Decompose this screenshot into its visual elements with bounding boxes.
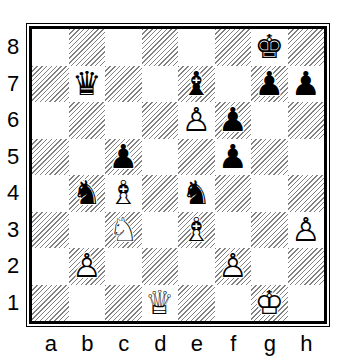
board-frame: ♚♛♝♟♟♟♙♟♟♟♞♝♗♞♞♘♝♗♟♙♟♙♟♙♛♕♚♔ <box>26 23 330 327</box>
square-f5[interactable]: ♟ <box>215 139 252 176</box>
piece-white-outline-layer: ♘ <box>105 212 142 245</box>
square-g3[interactable] <box>251 212 288 249</box>
square-f6[interactable]: ♟ <box>215 102 252 139</box>
square-b2[interactable]: ♟♙ <box>69 248 106 285</box>
square-e8[interactable] <box>178 29 215 66</box>
square-c2[interactable] <box>105 248 142 285</box>
square-c8[interactable] <box>105 29 142 66</box>
square-d5[interactable] <box>142 139 179 176</box>
piece-black-glyph: ♛ <box>69 66 106 99</box>
piece-white-king[interactable]: ♚♔ <box>251 285 288 322</box>
square-a2[interactable] <box>32 248 69 285</box>
square-h7[interactable]: ♟ <box>288 66 325 103</box>
square-e2[interactable] <box>178 248 215 285</box>
square-h3[interactable]: ♟♙ <box>288 212 325 249</box>
square-b8[interactable] <box>69 29 106 66</box>
piece-black-pawn[interactable]: ♟ <box>215 102 252 139</box>
square-d2[interactable] <box>142 248 179 285</box>
piece-black-king[interactable]: ♚ <box>251 29 288 66</box>
file-label-h: h <box>288 330 325 358</box>
square-a8[interactable] <box>32 29 69 66</box>
piece-black-glyph: ♟ <box>105 139 142 172</box>
square-e1[interactable] <box>178 285 215 322</box>
piece-white-outline-layer: ♗ <box>178 212 215 245</box>
square-b1[interactable] <box>69 285 106 322</box>
square-a4[interactable] <box>32 175 69 212</box>
piece-white-outline-layer: ♙ <box>215 249 252 282</box>
piece-black-knight[interactable]: ♞ <box>69 175 106 212</box>
piece-black-glyph: ♞ <box>178 176 215 209</box>
file-label-g: g <box>252 330 289 358</box>
square-c4[interactable]: ♝♗ <box>105 175 142 212</box>
rank-label-8: 8 <box>2 29 24 66</box>
square-h1[interactable] <box>288 285 325 322</box>
piece-white-outline-layer: ♙ <box>288 212 325 245</box>
chess-diagram: 87654321 ♚♛♝♟♟♟♙♟♟♟♞♝♗♞♞♘♝♗♟♙♟♙♟♙♛♕♚♔ ab… <box>0 0 360 360</box>
piece-black-glyph: ♞ <box>69 176 106 209</box>
square-e5[interactable] <box>178 139 215 176</box>
square-a1[interactable] <box>32 285 69 322</box>
piece-black-bishop[interactable]: ♝ <box>178 66 215 103</box>
rank-label-5: 5 <box>2 139 24 176</box>
piece-white-outline-layer: ♙ <box>69 249 106 282</box>
rank-label-1: 1 <box>2 285 24 322</box>
square-g2[interactable] <box>251 248 288 285</box>
square-b6[interactable] <box>69 102 106 139</box>
piece-black-pawn[interactable]: ♟ <box>105 139 142 176</box>
chess-board: ♚♛♝♟♟♟♙♟♟♟♞♝♗♞♞♘♝♗♟♙♟♙♟♙♛♕♚♔ <box>32 29 324 321</box>
file-label-d: d <box>142 330 179 358</box>
rank-label-7: 7 <box>2 66 24 103</box>
square-h8[interactable] <box>288 29 325 66</box>
square-e3[interactable]: ♝♗ <box>178 212 215 249</box>
square-f3[interactable] <box>215 212 252 249</box>
file-labels: abcdefgh <box>33 330 325 358</box>
square-a6[interactable] <box>32 102 69 139</box>
square-h2[interactable] <box>288 248 325 285</box>
square-d7[interactable] <box>142 66 179 103</box>
square-c3[interactable]: ♞♘ <box>105 212 142 249</box>
square-c1[interactable] <box>105 285 142 322</box>
square-d6[interactable] <box>142 102 179 139</box>
square-f2[interactable]: ♟♙ <box>215 248 252 285</box>
square-g7[interactable]: ♟ <box>251 66 288 103</box>
piece-black-glyph: ♟ <box>288 66 325 99</box>
square-h5[interactable] <box>288 139 325 176</box>
square-g1[interactable]: ♚♔ <box>251 285 288 322</box>
piece-black-glyph: ♝ <box>178 66 215 99</box>
square-b4[interactable]: ♞ <box>69 175 106 212</box>
piece-white-outline-layer: ♙ <box>178 103 215 136</box>
square-b7[interactable]: ♛ <box>69 66 106 103</box>
square-g8[interactable]: ♚ <box>251 29 288 66</box>
square-e7[interactable]: ♝ <box>178 66 215 103</box>
piece-black-pawn[interactable]: ♟ <box>215 139 252 176</box>
piece-white-outline-layer: ♕ <box>142 285 179 318</box>
rank-labels: 87654321 <box>2 29 24 321</box>
square-f7[interactable] <box>215 66 252 103</box>
file-label-a: a <box>33 330 70 358</box>
square-b3[interactable] <box>69 212 106 249</box>
file-label-c: c <box>106 330 143 358</box>
piece-white-outline-layer: ♔ <box>251 285 288 318</box>
square-h4[interactable] <box>288 175 325 212</box>
piece-white-pawn[interactable]: ♟♙ <box>69 248 106 285</box>
square-d4[interactable] <box>142 175 179 212</box>
piece-white-pawn[interactable]: ♟♙ <box>288 212 325 249</box>
file-label-e: e <box>179 330 216 358</box>
piece-black-pawn[interactable]: ♟ <box>288 66 325 103</box>
square-c6[interactable] <box>105 102 142 139</box>
square-a5[interactable] <box>32 139 69 176</box>
piece-white-pawn[interactable]: ♟♙ <box>215 248 252 285</box>
piece-black-knight[interactable]: ♞ <box>178 175 215 212</box>
square-e4[interactable]: ♞ <box>178 175 215 212</box>
square-d1[interactable]: ♛♕ <box>142 285 179 322</box>
piece-white-knight[interactable]: ♞♘ <box>105 212 142 249</box>
square-a3[interactable] <box>32 212 69 249</box>
rank-label-4: 4 <box>2 175 24 212</box>
square-g5[interactable] <box>251 139 288 176</box>
square-f1[interactable] <box>215 285 252 322</box>
rank-label-3: 3 <box>2 212 24 249</box>
piece-black-glyph: ♚ <box>251 30 288 63</box>
piece-white-outline-layer: ♗ <box>105 176 142 209</box>
piece-white-bishop[interactable]: ♝♗ <box>178 212 215 249</box>
rank-label-6: 6 <box>2 102 24 139</box>
piece-black-queen[interactable]: ♛ <box>69 66 106 103</box>
piece-black-glyph: ♟ <box>215 103 252 136</box>
square-e6[interactable]: ♟♙ <box>178 102 215 139</box>
file-label-b: b <box>69 330 106 358</box>
piece-black-glyph: ♟ <box>215 139 252 172</box>
piece-white-queen[interactable]: ♛♕ <box>142 285 179 322</box>
square-g6[interactable] <box>251 102 288 139</box>
piece-white-bishop[interactable]: ♝♗ <box>105 175 142 212</box>
square-c5[interactable]: ♟ <box>105 139 142 176</box>
square-d8[interactable] <box>142 29 179 66</box>
piece-black-pawn[interactable]: ♟ <box>251 66 288 103</box>
square-c7[interactable] <box>105 66 142 103</box>
file-label-f: f <box>215 330 252 358</box>
square-h6[interactable] <box>288 102 325 139</box>
square-f8[interactable] <box>215 29 252 66</box>
square-d3[interactable] <box>142 212 179 249</box>
piece-white-pawn[interactable]: ♟♙ <box>178 102 215 139</box>
piece-black-glyph: ♟ <box>251 66 288 99</box>
board-border: ♚♛♝♟♟♟♙♟♟♟♞♝♗♞♞♘♝♗♟♙♟♙♟♙♛♕♚♔ <box>29 26 327 324</box>
square-b5[interactable] <box>69 139 106 176</box>
square-g4[interactable] <box>251 175 288 212</box>
square-f4[interactable] <box>215 175 252 212</box>
square-a7[interactable] <box>32 66 69 103</box>
rank-label-2: 2 <box>2 248 24 285</box>
